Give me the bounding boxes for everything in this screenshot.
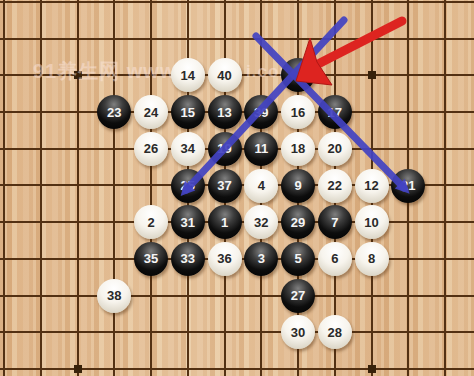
stone-white-18: 18 bbox=[281, 132, 315, 166]
stone-black-29: 29 bbox=[281, 205, 315, 239]
stone-black-3: 3 bbox=[244, 242, 278, 276]
stone-black-31: 31 bbox=[171, 205, 205, 239]
stone-white-4: 4 bbox=[244, 169, 278, 203]
stone-white-30: 30 bbox=[281, 315, 315, 349]
stone-black-35: 35 bbox=[134, 242, 168, 276]
stone-white-10: 10 bbox=[355, 205, 389, 239]
stone-black-25: 25 bbox=[171, 169, 205, 203]
stone-black-9: 9 bbox=[281, 169, 315, 203]
stone-black-21: 21 bbox=[391, 169, 425, 203]
stone-white-28: 28 bbox=[318, 315, 352, 349]
stone-white-12: 12 bbox=[355, 169, 389, 203]
stone-white-32: 32 bbox=[244, 205, 278, 239]
stone-white-20: 20 bbox=[318, 132, 352, 166]
stone-black-15: 15 bbox=[171, 95, 205, 129]
stone-black-27: 27 bbox=[281, 279, 315, 313]
stone-white-8: 8 bbox=[355, 242, 389, 276]
stone-black-17: 17 bbox=[318, 95, 352, 129]
stones-layer: 1440232415133916172634191118202537492212… bbox=[0, 0, 474, 376]
stone-white-16: 16 bbox=[281, 95, 315, 129]
stone-black-11: 11 bbox=[244, 132, 278, 166]
stone-white-36: 36 bbox=[208, 242, 242, 276]
stone-black-5: 5 bbox=[281, 242, 315, 276]
stone-white-38: 38 bbox=[97, 279, 131, 313]
stone-black-1: 1 bbox=[208, 205, 242, 239]
stone-white-40: 40 bbox=[208, 58, 242, 92]
stone-black-41 bbox=[281, 58, 315, 92]
stone-black-19: 19 bbox=[208, 132, 242, 166]
stone-black-23: 23 bbox=[97, 95, 131, 129]
stone-black-33: 33 bbox=[171, 242, 205, 276]
stone-black-39: 39 bbox=[244, 95, 278, 129]
stone-white-2: 2 bbox=[134, 205, 168, 239]
stone-white-26: 26 bbox=[134, 132, 168, 166]
stone-white-6: 6 bbox=[318, 242, 352, 276]
stone-black-7: 7 bbox=[318, 205, 352, 239]
stone-white-34: 34 bbox=[171, 132, 205, 166]
stone-white-14: 14 bbox=[171, 58, 205, 92]
gomoku-diagram-screenshot: 91养生网 www. i.com 14402324151339161726341… bbox=[0, 0, 474, 376]
stone-black-13: 13 bbox=[208, 95, 242, 129]
stone-white-22: 22 bbox=[318, 169, 352, 203]
stone-white-24: 24 bbox=[134, 95, 168, 129]
stone-black-37: 37 bbox=[208, 169, 242, 203]
